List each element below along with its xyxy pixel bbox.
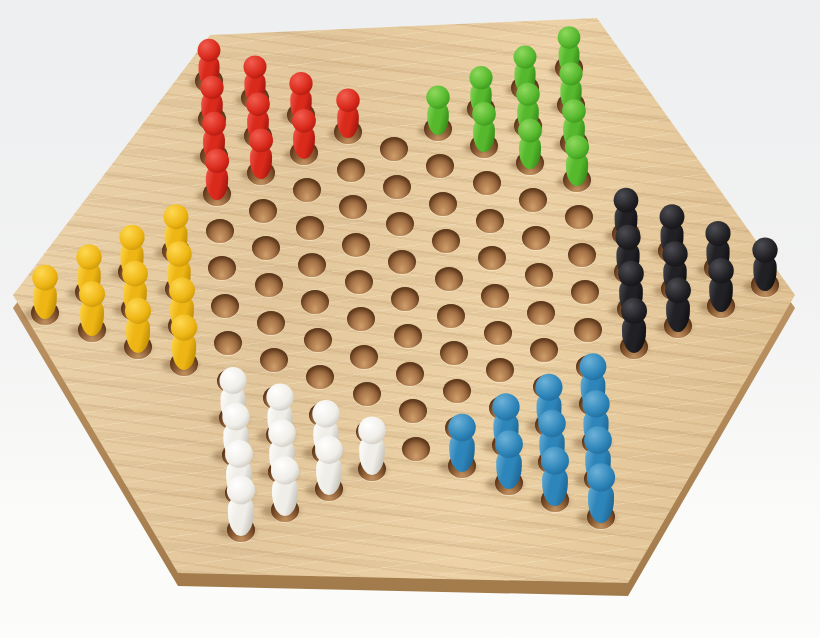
board-hole[interactable] <box>249 199 277 223</box>
board-hole[interactable] <box>484 321 512 345</box>
peg-head <box>79 281 105 307</box>
board-hole[interactable] <box>402 437 430 461</box>
board-hole[interactable] <box>388 250 416 274</box>
photo-scene <box>0 0 820 638</box>
peg-head <box>448 413 476 441</box>
peg-yellow[interactable] <box>30 264 60 319</box>
peg-head <box>358 417 386 445</box>
board-hole[interactable] <box>432 229 460 253</box>
board-hole[interactable] <box>478 246 506 270</box>
board-hole[interactable] <box>260 348 288 372</box>
peg-blue[interactable] <box>493 430 525 490</box>
board-hole[interactable] <box>383 175 411 199</box>
board-hole[interactable] <box>211 294 239 318</box>
board-hole[interactable] <box>426 154 454 178</box>
peg-head <box>613 188 638 213</box>
peg-head <box>662 241 687 266</box>
peg-yellow[interactable] <box>77 281 107 337</box>
peg-head <box>76 244 101 269</box>
peg-head <box>249 129 273 153</box>
peg-black[interactable] <box>663 278 693 334</box>
peg-head <box>582 390 609 417</box>
board-hole[interactable] <box>380 137 408 161</box>
board-hole[interactable] <box>574 318 602 342</box>
peg-white[interactable] <box>269 456 301 516</box>
peg-head <box>621 297 647 323</box>
peg-head <box>171 314 197 340</box>
peg-green[interactable] <box>424 86 451 136</box>
peg-red[interactable] <box>247 129 275 181</box>
peg-head <box>125 297 151 323</box>
board-hole[interactable] <box>252 236 280 260</box>
peg-head <box>32 264 58 290</box>
peg-green[interactable] <box>517 119 545 170</box>
peg-head <box>665 278 691 304</box>
peg-head <box>516 82 539 105</box>
board-hole[interactable] <box>342 233 370 257</box>
peg-head <box>708 258 734 284</box>
peg-blue[interactable] <box>539 446 571 506</box>
peg-yellow[interactable] <box>169 314 199 371</box>
board-hole[interactable] <box>530 338 558 362</box>
peg-head <box>225 440 253 468</box>
peg-green[interactable] <box>470 102 497 153</box>
board-hole[interactable] <box>255 273 283 297</box>
peg-head <box>312 400 339 427</box>
board-hole[interactable] <box>306 365 334 389</box>
peg-red[interactable] <box>203 148 231 200</box>
board-hole[interactable] <box>345 270 373 294</box>
board-hole[interactable] <box>437 304 465 328</box>
peg-head <box>752 238 777 263</box>
peg-head <box>557 26 580 49</box>
board-hole[interactable] <box>527 301 555 325</box>
board-hole[interactable] <box>296 216 324 240</box>
board-hole[interactable] <box>339 195 367 219</box>
peg-black[interactable] <box>706 258 736 313</box>
board-hole[interactable] <box>525 263 553 287</box>
peg-head <box>292 109 316 133</box>
board-hole[interactable] <box>519 188 547 212</box>
board-hole[interactable] <box>304 328 332 352</box>
peg-white[interactable] <box>225 476 258 537</box>
peg-head <box>472 102 496 126</box>
board-hole[interactable] <box>522 226 550 250</box>
board-hole[interactable] <box>208 256 236 280</box>
board-hole[interactable] <box>399 399 427 423</box>
board-hole[interactable] <box>257 311 285 335</box>
peg-head <box>536 374 563 401</box>
board-hole[interactable] <box>435 267 463 291</box>
peg-head <box>541 446 569 474</box>
board-hole[interactable] <box>386 212 414 236</box>
peg-red[interactable] <box>290 109 317 160</box>
peg-black[interactable] <box>750 238 779 293</box>
board-hole[interactable] <box>396 362 424 386</box>
peg-head <box>166 241 191 266</box>
peg-black[interactable] <box>619 297 649 353</box>
peg-head <box>246 92 270 116</box>
peg-white[interactable] <box>313 436 345 496</box>
board-hole[interactable] <box>568 243 596 267</box>
peg-white[interactable] <box>356 417 388 476</box>
peg-head <box>220 367 247 394</box>
peg-red[interactable] <box>334 89 361 140</box>
peg-blue[interactable] <box>585 463 617 524</box>
board-hole[interactable] <box>391 287 419 311</box>
peg-head <box>266 383 293 410</box>
peg-head <box>492 393 519 420</box>
board-hole[interactable] <box>476 209 504 233</box>
board-hole[interactable] <box>214 331 242 355</box>
peg-head <box>470 66 493 89</box>
board-hole[interactable] <box>301 290 329 314</box>
peg-head <box>495 430 523 458</box>
board-hole[interactable] <box>486 358 514 382</box>
peg-head <box>205 148 229 172</box>
peg-head <box>200 76 223 99</box>
board-hole[interactable] <box>293 178 321 202</box>
board-hole[interactable] <box>565 205 593 229</box>
board-hole[interactable] <box>394 324 422 348</box>
board-hole[interactable] <box>353 382 381 406</box>
peg-head <box>562 99 586 123</box>
board-hole[interactable] <box>571 280 599 304</box>
board-hole[interactable] <box>429 192 457 216</box>
board-hole[interactable] <box>350 345 378 369</box>
board-hole[interactable] <box>347 307 375 331</box>
board-hole[interactable] <box>481 284 509 308</box>
peg-head <box>426 86 449 109</box>
peg-head <box>169 278 195 304</box>
peg-blue[interactable] <box>446 413 478 472</box>
board-hole[interactable] <box>440 341 468 365</box>
peg-head <box>565 135 589 159</box>
peg-head <box>587 463 615 491</box>
board-hole[interactable] <box>298 253 326 277</box>
board-hole[interactable] <box>206 219 234 243</box>
peg-green[interactable] <box>563 135 591 187</box>
peg-head <box>315 436 343 464</box>
board-hole[interactable] <box>473 171 501 195</box>
peg-yellow[interactable] <box>123 297 153 353</box>
peg-head <box>271 456 299 484</box>
board-hole[interactable] <box>337 158 365 182</box>
board-hole[interactable] <box>443 379 471 403</box>
